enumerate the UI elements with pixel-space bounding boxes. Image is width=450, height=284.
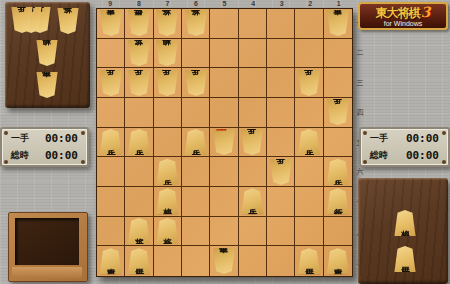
- square-6五[interactable]: 歩兵: [182, 128, 210, 158]
- move-time-value: 00:00: [406, 132, 439, 145]
- piece-歩兵[interactable]: 歩兵: [241, 188, 264, 214]
- square-5六[interactable]: [210, 157, 238, 187]
- piece-歩兵[interactable]: 歩兵: [241, 129, 264, 155]
- square-1九[interactable]: 香車: [324, 246, 352, 276]
- square-1八[interactable]: [324, 217, 352, 247]
- gote-move-time-row: 一手 00:00: [7, 132, 82, 145]
- piece-香車[interactable]: 香車: [326, 248, 349, 274]
- piece-box-interior: [15, 218, 79, 265]
- sente-move-time-row: 一手 00:00: [366, 132, 443, 145]
- sente-clock: 一手 00:00 総時 00:00: [359, 127, 450, 167]
- rank-label: 四: [355, 98, 365, 128]
- file-label: 6: [182, 0, 211, 8]
- square-5三[interactable]: [210, 68, 238, 98]
- piece-角行[interactable]: 角行: [326, 188, 349, 214]
- square-8三[interactable]: 歩兵: [125, 68, 153, 98]
- piece-歩兵[interactable]: 歩兵: [297, 129, 320, 155]
- square-3七[interactable]: [267, 187, 295, 217]
- gote-piece-stand: 歩兵歩兵歩兵金将銀将飛車: [5, 2, 90, 108]
- square-5一[interactable]: [210, 9, 238, 39]
- square-2九[interactable]: 桂馬: [295, 246, 323, 276]
- square-1三[interactable]: [324, 68, 352, 98]
- square-3六[interactable]: 歩兵: [267, 157, 295, 187]
- hand-piece-銀将[interactable]: 銀将: [36, 40, 58, 66]
- piece-歩兵[interactable]: 歩兵: [127, 129, 150, 155]
- logo-subtitle: for Windows: [384, 20, 423, 27]
- square-2八[interactable]: [295, 217, 323, 247]
- piece-金将[interactable]: 金将: [156, 10, 179, 36]
- square-7二[interactable]: 銀将: [154, 39, 182, 69]
- square-4一[interactable]: [239, 9, 267, 39]
- square-1七[interactable]: 角行: [324, 187, 352, 217]
- piece-歩兵[interactable]: 歩兵: [184, 129, 207, 155]
- square-3一[interactable]: [267, 9, 295, 39]
- piece-銀将[interactable]: 銀将: [156, 40, 179, 66]
- square-1四[interactable]: 歩兵: [324, 98, 352, 128]
- square-2四[interactable]: [295, 98, 323, 128]
- square-5四[interactable]: [210, 98, 238, 128]
- file-label: 8: [125, 0, 154, 8]
- square-7七[interactable]: 銀将: [154, 187, 182, 217]
- piece-歩兵[interactable]: 歩兵: [326, 159, 349, 185]
- piece-桂馬[interactable]: 桂馬: [127, 248, 150, 274]
- square-8二[interactable]: 玉将: [125, 39, 153, 69]
- square-6四[interactable]: [182, 98, 210, 128]
- square-2五[interactable]: 歩兵: [295, 128, 323, 158]
- square-8六[interactable]: [125, 157, 153, 187]
- square-3二[interactable]: [267, 39, 295, 69]
- square-8四[interactable]: [125, 98, 153, 128]
- square-4四[interactable]: [239, 98, 267, 128]
- square-6一[interactable]: 金将: [182, 9, 210, 39]
- gote-total-time-row: 総時 00:00: [7, 149, 82, 162]
- rank-label: 二: [355, 38, 365, 68]
- file-label: 7: [153, 0, 182, 8]
- square-9八[interactable]: [97, 217, 125, 247]
- piece-box-front: [12, 267, 82, 278]
- square-7一[interactable]: 金将: [154, 9, 182, 39]
- square-9三[interactable]: 歩兵: [97, 68, 125, 98]
- square-2一[interactable]: [295, 9, 323, 39]
- square-2二[interactable]: [295, 39, 323, 69]
- square-1二[interactable]: [324, 39, 352, 69]
- square-5二[interactable]: [210, 39, 238, 69]
- square-3五[interactable]: [267, 128, 295, 158]
- file-label: 3: [267, 0, 296, 8]
- file-label: 4: [239, 0, 268, 8]
- piece-歩兵[interactable]: 歩兵: [184, 70, 207, 96]
- square-2七[interactable]: [295, 187, 323, 217]
- square-4二[interactable]: [239, 39, 267, 69]
- square-6八[interactable]: [182, 217, 210, 247]
- piece-桂馬[interactable]: 桂馬: [297, 248, 320, 274]
- piece-金将[interactable]: 金将: [184, 10, 207, 36]
- square-7五[interactable]: [154, 128, 182, 158]
- square-7四[interactable]: [154, 98, 182, 128]
- logo-title: 東大将棋: [376, 7, 420, 19]
- piece-歩兵[interactable]: 歩兵: [269, 159, 292, 185]
- file-labels: 987654321: [96, 0, 353, 8]
- square-6三[interactable]: 歩兵: [182, 68, 210, 98]
- square-3四[interactable]: [267, 98, 295, 128]
- total-time-label: 総時: [11, 149, 29, 162]
- square-5七[interactable]: [210, 187, 238, 217]
- piece-歩兵[interactable]: 歩兵: [99, 129, 122, 155]
- logo-title-line: 東大将棋 3: [376, 5, 431, 19]
- square-4七[interactable]: 歩兵: [239, 187, 267, 217]
- square-6九[interactable]: [182, 246, 210, 276]
- move-time-label: 一手: [370, 132, 388, 145]
- square-8九[interactable]: 桂馬: [125, 246, 153, 276]
- square-7三[interactable]: 歩兵: [154, 68, 182, 98]
- logo-version-number: 3: [421, 5, 431, 19]
- square-8一[interactable]: 桂馬: [125, 9, 153, 39]
- square-8五[interactable]: 歩兵: [125, 128, 153, 158]
- square-7六[interactable]: 歩兵: [154, 157, 182, 187]
- square-6二[interactable]: [182, 39, 210, 69]
- empty-piece-box: [8, 212, 88, 282]
- total-time-value: 00:00: [406, 149, 439, 162]
- file-label: 2: [296, 0, 325, 8]
- square-5九[interactable]: 飛車: [210, 246, 238, 276]
- total-time-label: 総時: [370, 149, 388, 162]
- square-4九[interactable]: [239, 246, 267, 276]
- rank-label: 三: [355, 68, 365, 98]
- square-1六[interactable]: 歩兵: [324, 157, 352, 187]
- hand-piece-銀将[interactable]: 銀将: [394, 210, 416, 236]
- square-2六[interactable]: [295, 157, 323, 187]
- square-8八[interactable]: 王将: [125, 217, 153, 247]
- board-grid: 香車桂馬金将金将香車玉将銀将歩兵歩兵歩兵歩兵歩兵歩兵歩兵歩兵歩兵馬歩兵歩兵歩兵歩…: [96, 8, 353, 277]
- piece-王将[interactable]: 王将: [127, 218, 150, 244]
- piece-玉将[interactable]: 玉将: [127, 40, 150, 66]
- hand-piece-桂馬[interactable]: 桂馬: [394, 246, 416, 272]
- piece-歩兵[interactable]: 歩兵: [326, 99, 349, 125]
- move-time-label: 一手: [11, 132, 29, 145]
- file-label: 9: [96, 0, 125, 8]
- square-1一[interactable]: 香車: [324, 9, 352, 39]
- square-3九[interactable]: [267, 246, 295, 276]
- promoted-piece-馬[interactable]: 馬: [212, 129, 235, 155]
- square-9五[interactable]: 歩兵: [97, 128, 125, 158]
- piece-歩兵[interactable]: 歩兵: [156, 70, 179, 96]
- piece-飛車[interactable]: 飛車: [212, 248, 235, 274]
- gote-clock: 一手 00:00 総時 00:00: [0, 127, 89, 167]
- square-7九[interactable]: [154, 246, 182, 276]
- square-9六[interactable]: [97, 157, 125, 187]
- hand-piece-飛車[interactable]: 飛車: [36, 72, 58, 98]
- square-1五[interactable]: [324, 128, 352, 158]
- square-6六[interactable]: [182, 157, 210, 187]
- file-label: 1: [325, 0, 354, 8]
- square-7八[interactable]: 金将: [154, 217, 182, 247]
- piece-歩兵[interactable]: 歩兵: [99, 70, 122, 96]
- move-time-value: 00:00: [45, 132, 78, 145]
- square-9二[interactable]: [97, 39, 125, 69]
- square-3八[interactable]: [267, 217, 295, 247]
- square-4六[interactable]: [239, 157, 267, 187]
- square-2三[interactable]: 歩兵: [295, 68, 323, 98]
- piece-銀将[interactable]: 銀将: [156, 188, 179, 214]
- piece-香車[interactable]: 香車: [99, 10, 122, 36]
- hand-piece-金将[interactable]: 金将: [57, 8, 79, 34]
- sente-total-time-row: 総時 00:00: [366, 149, 443, 162]
- app-logo: 東大将棋 3 for Windows: [358, 2, 448, 30]
- square-9九[interactable]: 香車: [97, 246, 125, 276]
- square-5八[interactable]: [210, 217, 238, 247]
- square-4三[interactable]: [239, 68, 267, 98]
- total-time-value: 00:00: [45, 149, 78, 162]
- piece-歩兵[interactable]: 歩兵: [156, 159, 179, 185]
- piece-香車[interactable]: 香車: [326, 10, 349, 36]
- square-4五[interactable]: 歩兵: [239, 128, 267, 158]
- square-5五[interactable]: 馬: [210, 128, 238, 158]
- piece-香車[interactable]: 香車: [99, 248, 122, 274]
- square-9四[interactable]: [97, 98, 125, 128]
- square-4八[interactable]: [239, 217, 267, 247]
- square-8七[interactable]: [125, 187, 153, 217]
- square-9一[interactable]: 香車: [97, 9, 125, 39]
- file-label: 5: [210, 0, 239, 8]
- piece-金将[interactable]: 金将: [156, 218, 179, 244]
- square-9七[interactable]: [97, 187, 125, 217]
- piece-歩兵[interactable]: 歩兵: [127, 70, 150, 96]
- square-3三[interactable]: [267, 68, 295, 98]
- piece-桂馬[interactable]: 桂馬: [127, 10, 150, 36]
- piece-歩兵[interactable]: 歩兵: [297, 70, 320, 96]
- square-6七[interactable]: [182, 187, 210, 217]
- sente-piece-stand: 銀将桂馬: [358, 178, 448, 284]
